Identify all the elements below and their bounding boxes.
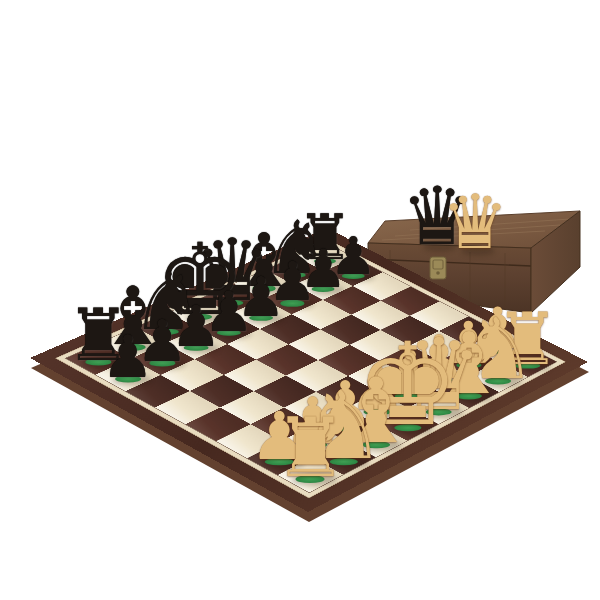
- spare-piece-white-queen[interactable]: ♛: [441, 185, 508, 260]
- chess-set-product-photo: ♜♞♝♛♚♞♝♜♟♟♟♟♟♟♟♟♟♟♟♟♟♟♟♟♜♞♝♛♚♝♞♜ ♛♛: [0, 0, 600, 600]
- piece-white-rook[interactable]: ♜: [274, 407, 348, 489]
- piece-black-pawn[interactable]: ♟: [101, 327, 154, 386]
